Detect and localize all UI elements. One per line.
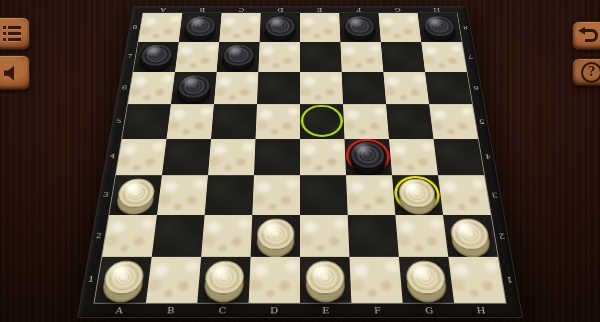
rank-label-right-1: 1 bbox=[505, 275, 513, 284]
black-checker-piece[interactable] bbox=[222, 44, 255, 67]
square-a8 bbox=[138, 13, 182, 41]
file-label-top-e: E bbox=[317, 7, 323, 12]
black-checker-piece[interactable] bbox=[177, 75, 212, 99]
sound-button[interactable] bbox=[0, 55, 30, 90]
square-f2[interactable] bbox=[348, 215, 399, 257]
square-g5[interactable] bbox=[386, 104, 433, 138]
square-g4 bbox=[389, 139, 438, 176]
file-label-bottom-g: G bbox=[425, 306, 434, 315]
rank-label-right-8: 8 bbox=[462, 25, 468, 30]
square-h6[interactable] bbox=[425, 72, 472, 104]
rank-label-right-2: 2 bbox=[498, 232, 505, 240]
black-checker-piece[interactable] bbox=[139, 44, 174, 67]
square-c2 bbox=[201, 215, 252, 257]
square-b2[interactable] bbox=[152, 215, 205, 257]
board-grid bbox=[95, 13, 506, 303]
square-c4 bbox=[208, 139, 256, 176]
white-checker-piece[interactable] bbox=[405, 261, 447, 295]
rank-label-right-6: 6 bbox=[472, 85, 478, 91]
file-label-bottom-a: A bbox=[115, 306, 124, 315]
square-c8 bbox=[219, 13, 261, 41]
black-checker-piece[interactable] bbox=[184, 15, 217, 36]
file-label-top-h: H bbox=[433, 7, 440, 12]
square-a3[interactable] bbox=[109, 175, 162, 214]
square-e4 bbox=[300, 139, 346, 176]
square-b7 bbox=[175, 42, 219, 72]
square-g1[interactable] bbox=[399, 257, 454, 303]
square-b3 bbox=[157, 175, 208, 214]
white-checker-piece[interactable] bbox=[204, 261, 245, 295]
file-label-top-a: A bbox=[160, 7, 166, 12]
square-h4[interactable] bbox=[433, 139, 484, 176]
square-c1[interactable] bbox=[197, 257, 250, 303]
square-g7[interactable] bbox=[381, 42, 425, 72]
square-d7 bbox=[258, 42, 300, 72]
black-checker-piece[interactable] bbox=[350, 141, 386, 168]
checkers-board: AABBCCDDEEFFGGHH1122334455667788 bbox=[77, 6, 523, 318]
square-f4[interactable] bbox=[344, 139, 392, 176]
square-h1 bbox=[448, 257, 505, 303]
black-checker-piece[interactable] bbox=[264, 15, 295, 36]
white-checker-piece[interactable] bbox=[257, 218, 295, 249]
file-label-top-b: B bbox=[199, 7, 205, 12]
black-checker-piece[interactable] bbox=[344, 15, 376, 36]
rank-label-right-7: 7 bbox=[467, 54, 473, 60]
square-d2[interactable] bbox=[251, 215, 300, 257]
square-h3 bbox=[438, 175, 491, 214]
square-d5 bbox=[256, 104, 300, 138]
help-button[interactable]: ? bbox=[572, 58, 600, 86]
square-g3[interactable] bbox=[392, 175, 443, 214]
square-f8[interactable] bbox=[339, 13, 381, 41]
square-f3 bbox=[346, 175, 395, 214]
rank-label-left-1: 1 bbox=[87, 275, 95, 284]
square-c6 bbox=[214, 72, 258, 104]
rank-label-right-3: 3 bbox=[491, 191, 498, 198]
file-label-top-d: D bbox=[277, 7, 283, 12]
file-label-top-g: G bbox=[394, 7, 401, 12]
square-d8[interactable] bbox=[260, 13, 300, 41]
square-f6[interactable] bbox=[342, 72, 386, 104]
square-e8 bbox=[300, 13, 340, 41]
square-g6 bbox=[383, 72, 429, 104]
square-a1[interactable] bbox=[95, 257, 152, 303]
rank-label-left-8: 8 bbox=[132, 25, 138, 30]
square-e2 bbox=[300, 215, 349, 257]
white-checker-piece[interactable] bbox=[306, 261, 345, 295]
file-label-bottom-c: C bbox=[218, 306, 226, 315]
file-label-top-c: C bbox=[238, 7, 244, 12]
square-c5[interactable] bbox=[211, 104, 257, 138]
square-f1 bbox=[349, 257, 402, 303]
menu-list-icon bbox=[3, 26, 21, 41]
square-d3 bbox=[252, 175, 300, 214]
square-h2[interactable] bbox=[443, 215, 498, 257]
rank-label-right-5: 5 bbox=[478, 118, 484, 124]
square-d6[interactable] bbox=[257, 72, 300, 104]
white-checker-piece[interactable] bbox=[449, 218, 491, 249]
undo-button[interactable] bbox=[572, 21, 600, 50]
rank-label-left-2: 2 bbox=[95, 232, 102, 240]
square-d1 bbox=[249, 257, 300, 303]
rank-label-left-5: 5 bbox=[115, 118, 121, 124]
square-b6[interactable] bbox=[171, 72, 217, 104]
square-h8[interactable] bbox=[418, 13, 462, 41]
file-label-bottom-b: B bbox=[167, 306, 175, 315]
square-e6 bbox=[300, 72, 343, 104]
rank-label-left-4: 4 bbox=[109, 153, 116, 160]
square-b4[interactable] bbox=[162, 139, 211, 176]
square-a2 bbox=[102, 215, 157, 257]
rank-label-left-6: 6 bbox=[121, 85, 127, 91]
square-c7[interactable] bbox=[217, 42, 260, 72]
green-circle-highlight bbox=[301, 105, 344, 137]
black-checker-piece[interactable] bbox=[422, 15, 456, 36]
file-label-bottom-f: F bbox=[374, 306, 381, 315]
square-f7 bbox=[340, 42, 383, 72]
square-a4 bbox=[116, 139, 167, 176]
file-label-bottom-h: H bbox=[476, 306, 486, 315]
square-e1[interactable] bbox=[300, 257, 351, 303]
menu-button[interactable] bbox=[0, 17, 30, 50]
file-label-top-f: F bbox=[356, 7, 362, 12]
undo-arrow-icon bbox=[577, 27, 598, 44]
square-e7[interactable] bbox=[300, 42, 342, 72]
square-h7 bbox=[421, 42, 466, 72]
white-checker-piece[interactable] bbox=[102, 261, 146, 295]
square-d4[interactable] bbox=[254, 139, 300, 176]
game-screen: AABBCCDDEEFFGGHH1122334455667788 ? bbox=[0, 0, 600, 322]
rank-label-left-7: 7 bbox=[127, 54, 133, 60]
square-e5[interactable] bbox=[300, 104, 344, 138]
file-label-bottom-e: E bbox=[322, 306, 329, 315]
square-b5 bbox=[167, 104, 214, 138]
square-c3[interactable] bbox=[205, 175, 254, 214]
speaker-icon bbox=[2, 65, 20, 81]
square-g2 bbox=[395, 215, 448, 257]
square-h5 bbox=[429, 104, 478, 138]
question-mark-icon: ? bbox=[581, 62, 600, 83]
file-label-bottom-d: D bbox=[270, 306, 278, 315]
rank-label-left-3: 3 bbox=[102, 191, 109, 198]
square-e3[interactable] bbox=[300, 175, 348, 214]
square-b8[interactable] bbox=[179, 13, 222, 41]
rank-label-right-4: 4 bbox=[484, 153, 491, 160]
square-a5[interactable] bbox=[122, 104, 171, 138]
square-a6 bbox=[128, 72, 175, 104]
square-g8 bbox=[378, 13, 421, 41]
square-a7[interactable] bbox=[133, 42, 178, 72]
white-checker-piece[interactable] bbox=[116, 178, 156, 207]
square-f5 bbox=[343, 104, 389, 138]
square-b1 bbox=[146, 257, 201, 303]
